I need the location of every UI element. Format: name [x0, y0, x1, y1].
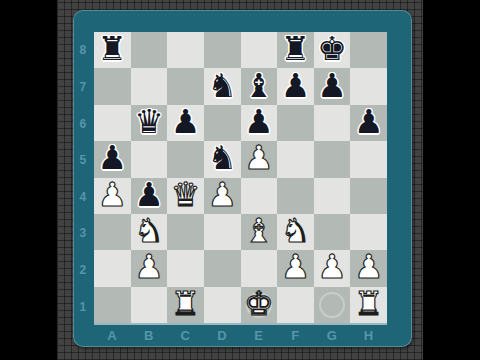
- square-b5[interactable]: [131, 141, 168, 177]
- rank-label-7: 7: [74, 69, 92, 106]
- piece-black-pawn[interactable]: ♟: [244, 104, 274, 140]
- square-h3[interactable]: [350, 214, 387, 250]
- square-e8[interactable]: [241, 32, 278, 68]
- file-label-a: A: [94, 325, 131, 345]
- square-a3[interactable]: [94, 214, 131, 250]
- square-b1[interactable]: [131, 287, 168, 323]
- piece-black-knight[interactable]: ♞: [207, 141, 237, 177]
- piece-black-pawn[interactable]: ♟: [171, 104, 201, 140]
- square-h5[interactable]: [350, 141, 387, 177]
- square-h7[interactable]: [350, 68, 387, 104]
- file-label-f: F: [277, 325, 314, 345]
- piece-black-rook[interactable]: ♜: [281, 31, 311, 67]
- square-d2[interactable]: [204, 250, 241, 286]
- square-c8[interactable]: [167, 32, 204, 68]
- rank-label-5: 5: [74, 142, 92, 179]
- rank-label-4: 4: [74, 179, 92, 216]
- square-f8[interactable]: ♜: [277, 32, 314, 68]
- square-b4[interactable]: ♟: [131, 178, 168, 214]
- square-f6[interactable]: [277, 105, 314, 141]
- piece-white-pawn[interactable]: ♟: [281, 250, 311, 286]
- piece-black-pawn[interactable]: ♟: [317, 68, 347, 104]
- square-h1[interactable]: ♜: [350, 287, 387, 323]
- square-a1[interactable]: [94, 287, 131, 323]
- square-d4[interactable]: ♟: [204, 178, 241, 214]
- square-h4[interactable]: [350, 178, 387, 214]
- square-f1[interactable]: [277, 287, 314, 323]
- square-g1[interactable]: [314, 287, 351, 323]
- square-d6[interactable]: [204, 105, 241, 141]
- letterbox-left: [0, 0, 57, 360]
- square-d7[interactable]: ♞: [204, 68, 241, 104]
- square-h8[interactable]: [350, 32, 387, 68]
- piece-white-pawn[interactable]: ♟: [317, 250, 347, 286]
- piece-black-pawn[interactable]: ♟: [354, 104, 384, 140]
- square-e1[interactable]: ♚: [241, 287, 278, 323]
- board-frame: 87654321 ♜♜♚♞♝♟♟♛♟♟♟♟♞♟♟♟♛♟♞♝♞♟♟♟♟♜♚♜ AB…: [73, 10, 412, 347]
- piece-black-rook[interactable]: ♜: [98, 31, 128, 67]
- square-c6[interactable]: ♟: [167, 105, 204, 141]
- file-label-c: C: [167, 325, 204, 345]
- rank-label-3: 3: [74, 215, 92, 252]
- square-g7[interactable]: ♟: [314, 68, 351, 104]
- highlight-ring-g1: [319, 292, 345, 318]
- file-label-b: B: [131, 325, 168, 345]
- square-e7[interactable]: ♝: [241, 68, 278, 104]
- square-b3[interactable]: ♞: [131, 214, 168, 250]
- piece-black-pawn[interactable]: ♟: [281, 68, 311, 104]
- square-g6[interactable]: [314, 105, 351, 141]
- square-g2[interactable]: ♟: [314, 250, 351, 286]
- square-f2[interactable]: ♟: [277, 250, 314, 286]
- letterbox-right: [423, 0, 480, 360]
- piece-white-pawn[interactable]: ♟: [244, 141, 274, 177]
- rank-label-6: 6: [74, 105, 92, 142]
- piece-white-bishop[interactable]: ♝: [244, 213, 274, 249]
- file-label-d: D: [204, 325, 241, 345]
- file-label-g: G: [314, 325, 351, 345]
- square-d5[interactable]: ♞: [204, 141, 241, 177]
- square-e3[interactable]: ♝: [241, 214, 278, 250]
- square-b8[interactable]: [131, 32, 168, 68]
- piece-white-pawn[interactable]: ♟: [98, 177, 128, 213]
- square-f5[interactable]: [277, 141, 314, 177]
- square-h6[interactable]: ♟: [350, 105, 387, 141]
- piece-black-king[interactable]: ♚: [317, 31, 347, 67]
- square-b2[interactable]: ♟: [131, 250, 168, 286]
- piece-white-rook[interactable]: ♜: [354, 286, 384, 322]
- piece-black-bishop[interactable]: ♝: [244, 68, 274, 104]
- file-labels: ABCDEFGH: [94, 325, 387, 345]
- square-c7[interactable]: [167, 68, 204, 104]
- square-e6[interactable]: ♟: [241, 105, 278, 141]
- piece-black-pawn[interactable]: ♟: [98, 141, 128, 177]
- square-a4[interactable]: ♟: [94, 178, 131, 214]
- piece-white-rook[interactable]: ♜: [171, 286, 201, 322]
- piece-white-pawn[interactable]: ♟: [207, 177, 237, 213]
- piece-white-knight[interactable]: ♞: [134, 213, 164, 249]
- square-g8[interactable]: ♚: [314, 32, 351, 68]
- square-f7[interactable]: ♟: [277, 68, 314, 104]
- rank-labels: 87654321: [74, 32, 92, 325]
- square-g3[interactable]: [314, 214, 351, 250]
- scene-background: 87654321 ♜♜♚♞♝♟♟♛♟♟♟♟♞♟♟♟♛♟♞♝♞♟♟♟♟♜♚♜ AB…: [57, 0, 423, 360]
- rank-label-1: 1: [74, 288, 92, 325]
- square-c4[interactable]: ♛: [167, 178, 204, 214]
- square-a6[interactable]: [94, 105, 131, 141]
- square-d3[interactable]: [204, 214, 241, 250]
- square-c1[interactable]: ♜: [167, 287, 204, 323]
- square-g5[interactable]: [314, 141, 351, 177]
- highlight-ring-e1: [246, 292, 272, 318]
- square-b6[interactable]: ♛: [131, 105, 168, 141]
- piece-white-queen[interactable]: ♛: [171, 177, 201, 213]
- square-e5[interactable]: ♟: [241, 141, 278, 177]
- square-d8[interactable]: [204, 32, 241, 68]
- file-label-e: E: [241, 325, 278, 345]
- chess-board[interactable]: ♜♜♚♞♝♟♟♛♟♟♟♟♞♟♟♟♛♟♞♝♞♟♟♟♟♜♚♜: [94, 32, 387, 325]
- square-f3[interactable]: ♞: [277, 214, 314, 250]
- square-g4[interactable]: [314, 178, 351, 214]
- piece-black-queen[interactable]: ♛: [134, 104, 164, 140]
- piece-white-pawn[interactable]: ♟: [134, 250, 164, 286]
- square-c3[interactable]: [167, 214, 204, 250]
- square-c2[interactable]: [167, 250, 204, 286]
- square-a2[interactable]: [94, 250, 131, 286]
- file-label-h: H: [350, 325, 387, 345]
- square-f4[interactable]: [277, 178, 314, 214]
- square-e4[interactable]: [241, 178, 278, 214]
- piece-black-knight[interactable]: ♞: [207, 68, 237, 104]
- square-a7[interactable]: [94, 68, 131, 104]
- square-a8[interactable]: ♜: [94, 32, 131, 68]
- square-a5[interactable]: ♟: [94, 141, 131, 177]
- square-b7[interactable]: [131, 68, 168, 104]
- video-stage: 87654321 ♜♜♚♞♝♟♟♛♟♟♟♟♞♟♟♟♛♟♞♝♞♟♟♟♟♜♚♜ AB…: [0, 0, 480, 360]
- square-e2[interactable]: [241, 250, 278, 286]
- piece-white-pawn[interactable]: ♟: [354, 250, 384, 286]
- rank-label-2: 2: [74, 252, 92, 289]
- square-h2[interactable]: ♟: [350, 250, 387, 286]
- rank-label-8: 8: [74, 32, 92, 69]
- piece-black-pawn[interactable]: ♟: [134, 177, 164, 213]
- square-c5[interactable]: [167, 141, 204, 177]
- square-d1[interactable]: [204, 287, 241, 323]
- piece-white-knight[interactable]: ♞: [281, 213, 311, 249]
